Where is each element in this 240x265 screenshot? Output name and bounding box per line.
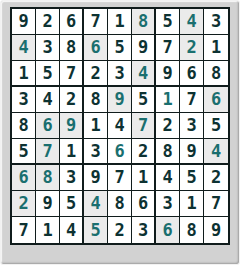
cell-r8c4[interactable]: 4 (84, 191, 108, 217)
cell-r6c3[interactable]: 1 (60, 139, 84, 165)
cell-r5c4[interactable]: 1 (84, 113, 108, 139)
cell-r4c9[interactable]: 6 (204, 87, 228, 113)
cell-r6c6[interactable]: 2 (132, 139, 156, 165)
cell-r7c3[interactable]: 3 (60, 165, 84, 191)
cell-r8c1[interactable]: 2 (12, 191, 36, 217)
cell-r2c1[interactable]: 4 (12, 35, 36, 61)
cell-r8c3[interactable]: 5 (60, 191, 84, 217)
cell-r7c5[interactable]: 7 (108, 165, 132, 191)
cell-r1c7[interactable]: 5 (156, 9, 180, 35)
cell-r5c8[interactable]: 3 (180, 113, 204, 139)
cell-r1c5[interactable]: 1 (108, 9, 132, 35)
cell-r4c2[interactable]: 4 (36, 87, 60, 113)
cell-r5c9[interactable]: 5 (204, 113, 228, 139)
cell-r4c6[interactable]: 5 (132, 87, 156, 113)
cell-r9c8[interactable]: 8 (180, 217, 204, 243)
cell-r3c1[interactable]: 1 (12, 61, 36, 87)
cell-r3c3[interactable]: 7 (60, 61, 84, 87)
cell-r7c6[interactable]: 1 (132, 165, 156, 191)
cell-r1c4[interactable]: 7 (84, 9, 108, 35)
cell-r3c2[interactable]: 5 (36, 61, 60, 87)
cell-r7c2[interactable]: 8 (36, 165, 60, 191)
cell-r2c8[interactable]: 2 (180, 35, 204, 61)
cell-r5c2[interactable]: 6 (36, 113, 60, 139)
cell-r1c9[interactable]: 3 (204, 9, 228, 35)
cell-r9c4[interactable]: 5 (84, 217, 108, 243)
cell-r3c4[interactable]: 2 (84, 61, 108, 87)
cell-r9c7[interactable]: 6 (156, 217, 180, 243)
window-frame: 9267185434386597211572349683428951768691… (0, 0, 240, 265)
cell-r8c7[interactable]: 3 (156, 191, 180, 217)
cell-r9c5[interactable]: 2 (108, 217, 132, 243)
cell-r8c5[interactable]: 8 (108, 191, 132, 217)
cell-r3c6[interactable]: 4 (132, 61, 156, 87)
cell-r6c7[interactable]: 8 (156, 139, 180, 165)
cell-r2c9[interactable]: 1 (204, 35, 228, 61)
cell-r8c8[interactable]: 1 (180, 191, 204, 217)
cell-r2c5[interactable]: 5 (108, 35, 132, 61)
cell-r6c5[interactable]: 6 (108, 139, 132, 165)
cell-r5c5[interactable]: 4 (108, 113, 132, 139)
cell-r1c6[interactable]: 8 (132, 9, 156, 35)
cell-r5c1[interactable]: 8 (12, 113, 36, 139)
cell-r5c3[interactable]: 9 (60, 113, 84, 139)
sudoku-board: 9267185434386597211572349683428951768691… (10, 7, 230, 245)
cell-r4c5[interactable]: 9 (108, 87, 132, 113)
cell-r2c6[interactable]: 9 (132, 35, 156, 61)
cell-r1c8[interactable]: 4 (180, 9, 204, 35)
cell-r9c6[interactable]: 3 (132, 217, 156, 243)
cell-r4c7[interactable]: 1 (156, 87, 180, 113)
cell-r4c8[interactable]: 7 (180, 87, 204, 113)
cell-r8c6[interactable]: 6 (132, 191, 156, 217)
cell-r3c9[interactable]: 8 (204, 61, 228, 87)
cell-r2c2[interactable]: 3 (36, 35, 60, 61)
cell-r1c3[interactable]: 6 (60, 9, 84, 35)
cell-r9c1[interactable]: 7 (12, 217, 36, 243)
cell-r3c8[interactable]: 6 (180, 61, 204, 87)
cell-r8c9[interactable]: 7 (204, 191, 228, 217)
cell-r4c1[interactable]: 3 (12, 87, 36, 113)
cell-r3c5[interactable]: 3 (108, 61, 132, 87)
cell-r3c7[interactable]: 9 (156, 61, 180, 87)
cell-r7c1[interactable]: 6 (12, 165, 36, 191)
cell-r4c3[interactable]: 2 (60, 87, 84, 113)
cell-r6c8[interactable]: 9 (180, 139, 204, 165)
cell-r6c9[interactable]: 4 (204, 139, 228, 165)
cell-r7c7[interactable]: 4 (156, 165, 180, 191)
cell-r1c2[interactable]: 2 (36, 9, 60, 35)
cell-r7c8[interactable]: 5 (180, 165, 204, 191)
cell-r9c9[interactable]: 9 (204, 217, 228, 243)
cell-r1c1[interactable]: 9 (12, 9, 36, 35)
cell-r9c2[interactable]: 1 (36, 217, 60, 243)
cell-r2c3[interactable]: 8 (60, 35, 84, 61)
cell-r2c4[interactable]: 6 (84, 35, 108, 61)
cell-r8c2[interactable]: 9 (36, 191, 60, 217)
cell-r6c4[interactable]: 3 (84, 139, 108, 165)
cell-r4c4[interactable]: 8 (84, 87, 108, 113)
cell-r6c2[interactable]: 7 (36, 139, 60, 165)
cell-r5c6[interactable]: 7 (132, 113, 156, 139)
cell-r7c4[interactable]: 9 (84, 165, 108, 191)
cell-r7c9[interactable]: 2 (204, 165, 228, 191)
cell-r6c1[interactable]: 5 (12, 139, 36, 165)
cell-r2c7[interactable]: 7 (156, 35, 180, 61)
cell-r9c3[interactable]: 4 (60, 217, 84, 243)
cell-r5c7[interactable]: 2 (156, 113, 180, 139)
